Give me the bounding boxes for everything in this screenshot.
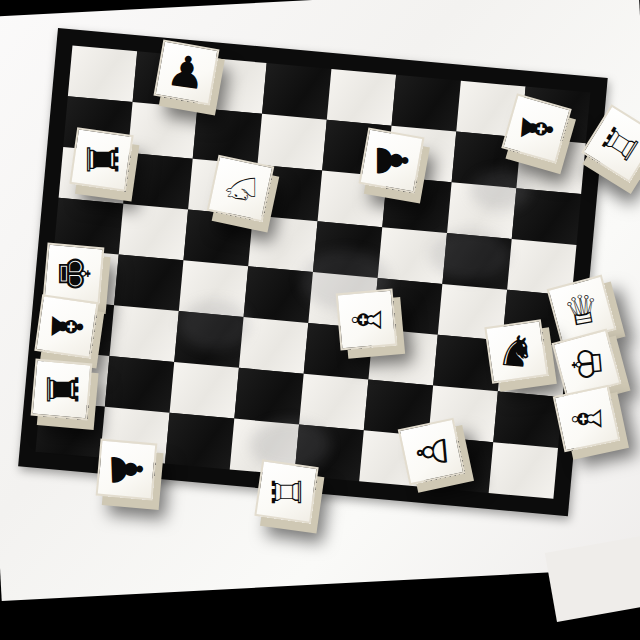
piece-white-bishop-h2[interactable]: ♗ — [553, 385, 621, 453]
piece-white-bishop-e4[interactable]: ♗ — [336, 289, 398, 351]
white-queen-glyph: ♕ — [560, 287, 602, 333]
pieces-layer: ♟♜♘♟♝♖♚♝♗♕♞♔♜♗♟♙♖ — [0, 0, 640, 640]
black-bishop-glyph: ♝ — [44, 306, 88, 346]
piece-black-bishop-g7[interactable]: ♝ — [501, 93, 572, 164]
white-king-glyph: ♔ — [565, 344, 608, 383]
black-pawn-glyph: ♟ — [370, 141, 413, 180]
white-pawn-glyph: ♙ — [410, 432, 453, 471]
piece-black-bishop-a3[interactable]: ♝ — [34, 294, 98, 358]
chessboard-photo: { "game": "chess", "scene": "overhead ph… — [0, 0, 640, 640]
black-king-glyph: ♚ — [52, 254, 95, 293]
piece-black-rook-a2[interactable]: ♜ — [31, 359, 93, 421]
black-pawn-glyph: ♟ — [104, 449, 148, 489]
piece-white-rook-h7[interactable]: ♖ — [581, 104, 640, 183]
piece-white-rook-d1[interactable]: ♖ — [254, 459, 318, 523]
black-bishop-glyph: ♝ — [513, 107, 559, 149]
white-rook-glyph: ♖ — [266, 474, 306, 510]
piece-black-rook-a6[interactable]: ♜ — [69, 127, 133, 191]
piece-white-pawn-f2[interactable]: ♙ — [398, 418, 466, 486]
white-bishop-glyph: ♗ — [346, 302, 386, 338]
black-pawn-glyph: ♟ — [164, 49, 208, 97]
piece-white-knight-c6[interactable]: ♘ — [207, 155, 275, 223]
black-knight-glyph: ♞ — [495, 328, 537, 374]
piece-black-pawn-c8[interactable]: ♟ — [153, 39, 219, 105]
white-bishop-glyph: ♗ — [566, 400, 607, 437]
black-rook-glyph: ♜ — [80, 140, 123, 179]
black-rook-glyph: ♜ — [40, 370, 83, 409]
white-knight-glyph: ♘ — [220, 171, 260, 207]
piece-black-pawn-e7[interactable]: ♟ — [358, 127, 424, 193]
piece-black-knight-g3[interactable]: ♞ — [484, 319, 548, 383]
piece-black-pawn-b1[interactable]: ♟ — [96, 439, 158, 501]
white-rook-glyph: ♖ — [594, 118, 640, 170]
